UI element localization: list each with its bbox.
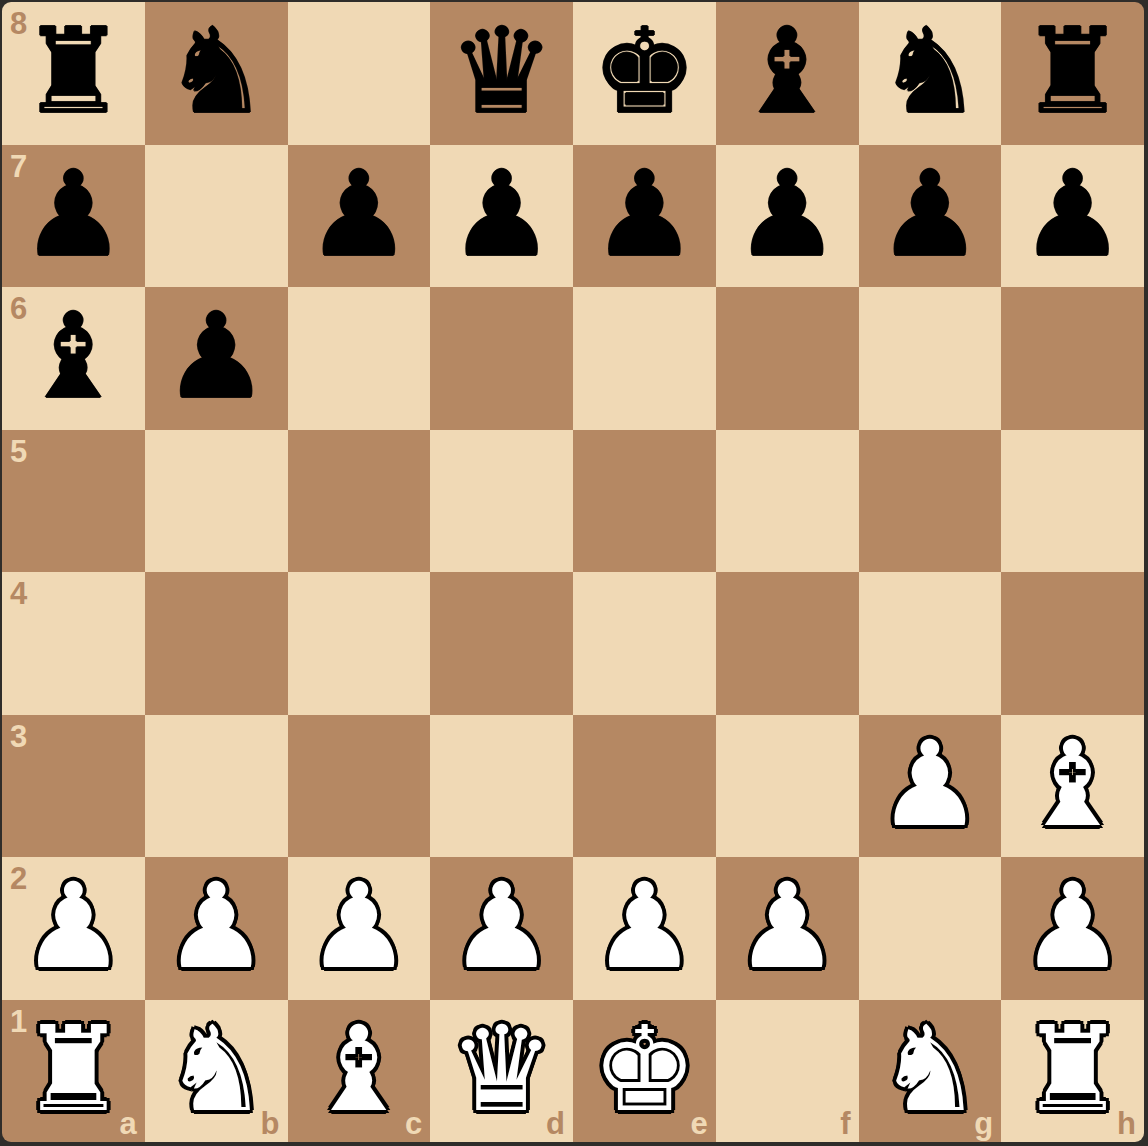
- piece-black-knight[interactable]: ♞: [163, 12, 269, 130]
- square-g2[interactable]: [859, 857, 1002, 1000]
- square-h1[interactable]: h♜: [1001, 1000, 1144, 1143]
- piece-black-pawn[interactable]: ♟: [591, 155, 697, 273]
- square-c7[interactable]: ♟: [288, 145, 431, 288]
- square-c3[interactable]: [288, 715, 431, 858]
- piece-black-pawn[interactable]: ♟: [20, 155, 126, 273]
- square-d6[interactable]: [430, 287, 573, 430]
- square-e5[interactable]: [573, 430, 716, 573]
- piece-black-king[interactable]: ♚: [591, 12, 697, 130]
- square-f3[interactable]: [716, 715, 859, 858]
- piece-white-pawn[interactable]: ♟: [449, 867, 555, 985]
- square-h8[interactable]: ♜: [1001, 2, 1144, 145]
- square-h4[interactable]: [1001, 572, 1144, 715]
- square-d2[interactable]: ♟: [430, 857, 573, 1000]
- piece-white-pawn[interactable]: ♟: [591, 867, 697, 985]
- square-h5[interactable]: [1001, 430, 1144, 573]
- square-e1[interactable]: e♚: [573, 1000, 716, 1143]
- square-c8[interactable]: [288, 2, 431, 145]
- square-a2[interactable]: 2♟: [2, 857, 145, 1000]
- piece-white-pawn[interactable]: ♟: [20, 867, 126, 985]
- piece-white-knight[interactable]: ♞: [877, 1010, 983, 1128]
- square-e4[interactable]: [573, 572, 716, 715]
- piece-black-queen[interactable]: ♛: [449, 12, 555, 130]
- rank-label-5: 5: [10, 436, 27, 467]
- square-c5[interactable]: [288, 430, 431, 573]
- square-e2[interactable]: ♟: [573, 857, 716, 1000]
- square-b4[interactable]: [145, 572, 288, 715]
- square-a4[interactable]: 4: [2, 572, 145, 715]
- rank-label-1: 1: [10, 1006, 27, 1037]
- rank-label-4: 4: [10, 578, 27, 609]
- file-label-h: h: [1117, 1108, 1136, 1139]
- piece-white-bishop[interactable]: ♝: [306, 1010, 412, 1128]
- piece-white-bishop[interactable]: ♝: [1020, 725, 1126, 843]
- square-h2[interactable]: ♟: [1001, 857, 1144, 1000]
- piece-white-knight[interactable]: ♞: [163, 1010, 269, 1128]
- file-label-d: d: [546, 1108, 565, 1139]
- file-label-b: b: [261, 1108, 280, 1139]
- square-d1[interactable]: d♛: [430, 1000, 573, 1143]
- square-b7[interactable]: [145, 145, 288, 288]
- board-frame: 8♜♞♛♚♝♞♜7♟♟♟♟♟♟♟6♝♟543♟♝2♟♟♟♟♟♟♟1a♜b♞c♝d…: [0, 0, 1148, 1146]
- square-f6[interactable]: [716, 287, 859, 430]
- square-b5[interactable]: [145, 430, 288, 573]
- square-h6[interactable]: [1001, 287, 1144, 430]
- piece-black-pawn[interactable]: ♟: [734, 155, 840, 273]
- square-c4[interactable]: [288, 572, 431, 715]
- square-g7[interactable]: ♟: [859, 145, 1002, 288]
- rank-label-2: 2: [10, 863, 27, 894]
- piece-black-pawn[interactable]: ♟: [877, 155, 983, 273]
- piece-black-pawn[interactable]: ♟: [449, 155, 555, 273]
- square-a5[interactable]: 5: [2, 430, 145, 573]
- piece-white-queen[interactable]: ♛: [449, 1010, 555, 1128]
- square-e6[interactable]: [573, 287, 716, 430]
- square-g1[interactable]: g♞: [859, 1000, 1002, 1143]
- piece-black-rook[interactable]: ♜: [20, 12, 126, 130]
- piece-white-pawn[interactable]: ♟: [877, 725, 983, 843]
- square-d4[interactable]: [430, 572, 573, 715]
- piece-white-pawn[interactable]: ♟: [734, 867, 840, 985]
- square-a3[interactable]: 3: [2, 715, 145, 858]
- square-g3[interactable]: ♟: [859, 715, 1002, 858]
- square-b1[interactable]: b♞: [145, 1000, 288, 1143]
- file-label-c: c: [405, 1108, 422, 1139]
- square-b2[interactable]: ♟: [145, 857, 288, 1000]
- file-label-g: g: [974, 1108, 993, 1139]
- square-h3[interactable]: ♝: [1001, 715, 1144, 858]
- square-e7[interactable]: ♟: [573, 145, 716, 288]
- square-g5[interactable]: [859, 430, 1002, 573]
- piece-white-rook[interactable]: ♜: [1020, 1010, 1126, 1128]
- square-f7[interactable]: ♟: [716, 145, 859, 288]
- square-a7[interactable]: 7♟: [2, 145, 145, 288]
- piece-white-rook[interactable]: ♜: [20, 1010, 126, 1128]
- square-h7[interactable]: ♟: [1001, 145, 1144, 288]
- rank-label-8: 8: [10, 8, 27, 39]
- piece-black-rook[interactable]: ♜: [1020, 12, 1126, 130]
- square-f8[interactable]: ♝: [716, 2, 859, 145]
- square-d8[interactable]: ♛: [430, 2, 573, 145]
- piece-black-pawn[interactable]: ♟: [306, 155, 412, 273]
- piece-white-king[interactable]: ♚: [591, 1010, 697, 1128]
- rank-label-3: 3: [10, 721, 27, 752]
- piece-black-knight[interactable]: ♞: [877, 12, 983, 130]
- square-f5[interactable]: [716, 430, 859, 573]
- piece-black-pawn[interactable]: ♟: [1020, 155, 1126, 273]
- piece-black-bishop[interactable]: ♝: [734, 12, 840, 130]
- square-b3[interactable]: [145, 715, 288, 858]
- square-d5[interactable]: [430, 430, 573, 573]
- file-label-a: a: [120, 1108, 137, 1139]
- piece-white-pawn[interactable]: ♟: [306, 867, 412, 985]
- piece-black-pawn[interactable]: ♟: [163, 297, 269, 415]
- chess-board: 8♜♞♛♚♝♞♜7♟♟♟♟♟♟♟6♝♟543♟♝2♟♟♟♟♟♟♟1a♜b♞c♝d…: [2, 2, 1144, 1142]
- square-c1[interactable]: c♝: [288, 1000, 431, 1143]
- square-a8[interactable]: 8♜: [2, 2, 145, 145]
- square-b6[interactable]: ♟: [145, 287, 288, 430]
- piece-white-pawn[interactable]: ♟: [163, 867, 269, 985]
- file-label-f: f: [840, 1108, 850, 1139]
- square-e3[interactable]: [573, 715, 716, 858]
- piece-white-pawn[interactable]: ♟: [1020, 867, 1126, 985]
- square-c6[interactable]: [288, 287, 431, 430]
- square-f4[interactable]: [716, 572, 859, 715]
- square-f2[interactable]: ♟: [716, 857, 859, 1000]
- piece-black-bishop[interactable]: ♝: [20, 297, 126, 415]
- square-e8[interactable]: ♚: [573, 2, 716, 145]
- square-a6[interactable]: 6♝: [2, 287, 145, 430]
- file-label-e: e: [691, 1108, 708, 1139]
- square-g8[interactable]: ♞: [859, 2, 1002, 145]
- square-g4[interactable]: [859, 572, 1002, 715]
- square-b8[interactable]: ♞: [145, 2, 288, 145]
- square-d7[interactable]: ♟: [430, 145, 573, 288]
- rank-label-6: 6: [10, 293, 27, 324]
- square-d3[interactable]: [430, 715, 573, 858]
- rank-label-7: 7: [10, 151, 27, 182]
- square-c2[interactable]: ♟: [288, 857, 431, 1000]
- square-a1[interactable]: 1a♜: [2, 1000, 145, 1143]
- square-g6[interactable]: [859, 287, 1002, 430]
- square-f1[interactable]: f: [716, 1000, 859, 1143]
